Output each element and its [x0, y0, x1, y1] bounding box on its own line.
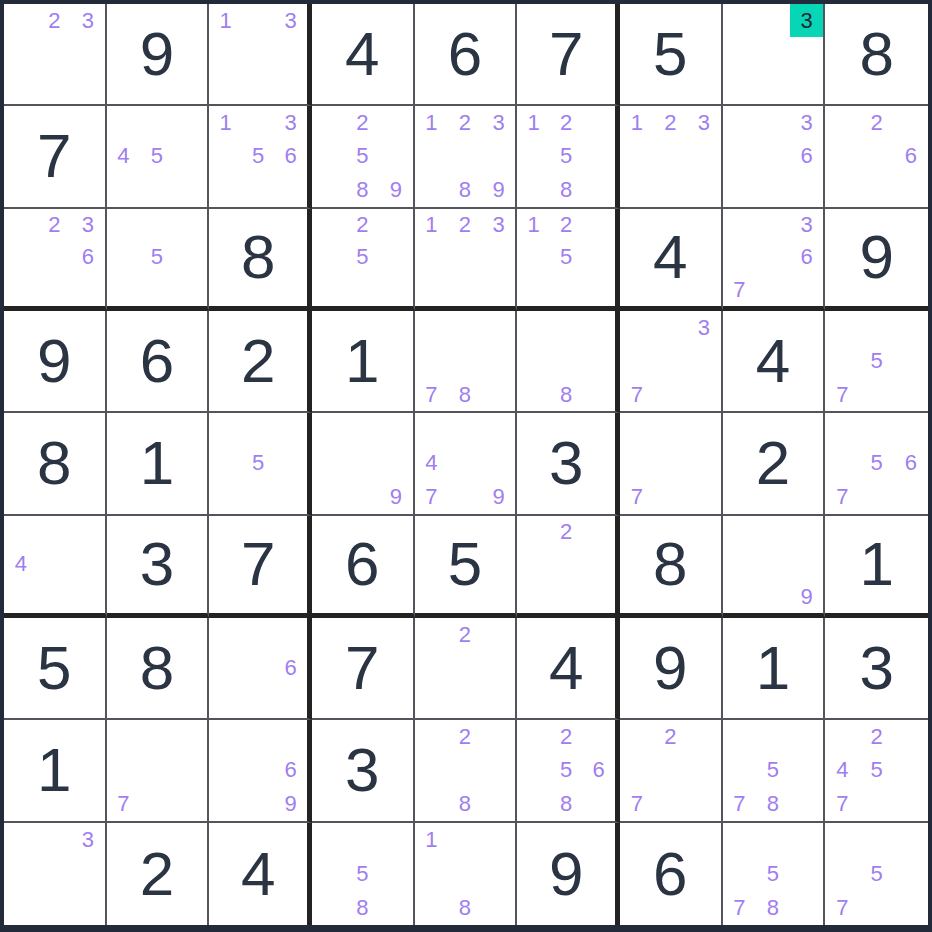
pencil-mark: 1	[620, 106, 654, 139]
pencil-slot-empty	[174, 140, 208, 173]
pencil-slot-empty	[174, 173, 208, 206]
pencil-mark: 1	[517, 106, 550, 139]
pencil-slot-empty	[482, 140, 516, 173]
pencil-slot-empty	[379, 413, 413, 446]
pencil-slot-empty	[620, 754, 654, 787]
pencil-mark: 8	[550, 173, 583, 206]
pencil-slot-empty	[242, 480, 275, 513]
cell-r3c7[interactable]: 4	[620, 209, 723, 311]
cell-r7c3[interactable]: 6	[209, 618, 312, 720]
pencil-slot-empty	[242, 685, 275, 718]
pencil-grid: 578	[723, 823, 824, 925]
pencil-slot-empty	[4, 71, 38, 104]
pencil-slot-empty	[174, 209, 208, 241]
pencil-slot-empty	[209, 787, 242, 820]
cell-r2c5[interactable]: 12389	[415, 106, 518, 208]
pencil-slot-empty	[654, 140, 688, 173]
pencil-mark: 5	[756, 857, 790, 891]
pencil-grid: 567	[825, 413, 928, 513]
pencil-slot-empty	[894, 344, 928, 377]
pencil-slot-empty	[4, 581, 38, 613]
cell-r8c3[interactable]: 69	[209, 720, 312, 822]
pencil-slot-empty	[620, 140, 654, 173]
pencil-slot-empty	[38, 71, 72, 104]
cell-r8c6[interactable]: 2568	[517, 720, 620, 822]
cell-r2c9[interactable]: 26	[825, 106, 928, 208]
cell-r9c4[interactable]: 58	[312, 823, 415, 925]
pencil-slot-empty	[242, 4, 275, 37]
cell-value: 1	[140, 432, 174, 494]
pencil-slot-empty	[38, 241, 72, 273]
pencil-slot-empty	[346, 823, 380, 857]
pencil-mark: 3	[687, 311, 721, 344]
cell-r5c2[interactable]: 1	[107, 413, 210, 515]
cell-r6c1[interactable]: 4	[4, 516, 107, 618]
pencil-slot-empty	[582, 516, 615, 548]
cell-r9c3[interactable]: 4	[209, 823, 312, 925]
pencil-slot-empty	[379, 857, 413, 891]
pencil-slot-empty	[415, 413, 449, 446]
pencil-slot-empty	[756, 274, 790, 306]
pencil-slot-empty	[71, 71, 105, 104]
pencil-slot-empty	[140, 274, 174, 306]
cell-r7c4[interactable]: 7	[312, 618, 415, 720]
pencil-slot-empty	[312, 823, 346, 857]
cell-r1c7[interactable]: 5	[620, 4, 723, 106]
pencil-slot-empty	[756, 548, 790, 580]
pencil-slot-empty	[517, 754, 550, 787]
cell-r1c1[interactable]: 23	[4, 4, 107, 106]
cell-r2c8[interactable]: 36	[723, 106, 826, 208]
pencil-slot-empty	[448, 754, 482, 787]
cell-r4c9[interactable]: 57	[825, 311, 928, 413]
pencil-slot-empty	[654, 173, 688, 206]
cell-value: 4	[241, 843, 275, 905]
pencil-mark: 5	[346, 241, 380, 273]
pencil-grid: 5	[209, 413, 307, 513]
pencil-slot-empty	[209, 651, 242, 684]
cell-r6c9[interactable]: 1	[825, 516, 928, 618]
pencil-slot-empty	[174, 720, 208, 753]
pencil-slot-empty	[894, 891, 928, 925]
pencil-slot-empty	[790, 720, 824, 753]
pencil-slot-empty	[482, 241, 516, 273]
pencil-mark: 8	[756, 787, 790, 820]
pencil-slot-empty	[415, 274, 449, 306]
pencil-slot-empty	[620, 720, 654, 753]
pencil-slot-empty	[550, 274, 583, 306]
pencil-slot-empty	[756, 106, 790, 139]
pencil-slot-empty	[723, 4, 757, 37]
pencil-mark: 6	[582, 754, 615, 787]
pencil-mark: 2	[550, 106, 583, 139]
pencil-grid: 367	[723, 209, 824, 306]
cell-r8c5[interactable]: 28	[415, 720, 518, 822]
cell-r8c4[interactable]: 3	[312, 720, 415, 822]
pencil-slot-empty	[517, 378, 550, 411]
pencil-slot-empty	[415, 618, 449, 651]
cell-r7c1[interactable]: 5	[4, 618, 107, 720]
cell-value: 4	[345, 23, 379, 85]
pencil-mark: 9	[379, 173, 413, 206]
cell-value: 2	[756, 432, 790, 494]
pencil-slot-empty	[825, 447, 859, 480]
pencil-slot-empty	[860, 140, 894, 173]
pencil-slot-empty	[482, 787, 516, 820]
pencil-slot-empty	[723, 71, 757, 104]
pencil-slot-empty	[242, 720, 275, 753]
pencil-grid: 58	[312, 823, 413, 925]
pencil-slot-empty	[687, 447, 721, 480]
pencil-slot-empty	[415, 787, 449, 820]
pencil-slot-empty	[517, 274, 550, 306]
pencil-slot-empty	[38, 581, 72, 613]
cell-r6c6[interactable]: 2	[517, 516, 620, 618]
pencil-slot-empty	[448, 140, 482, 173]
pencil-slot-empty	[38, 37, 72, 70]
pencil-mark: 5	[860, 344, 894, 377]
pencil-slot-empty	[379, 274, 413, 306]
cell-value: 3	[859, 637, 893, 699]
cell-value: 1	[859, 533, 893, 595]
pencil-slot-empty	[242, 37, 275, 70]
pencil-slot-empty	[517, 241, 550, 273]
pencil-slot-empty	[894, 823, 928, 857]
cell-r9c6[interactable]: 9	[517, 823, 620, 925]
pencil-mark: 2	[654, 106, 688, 139]
cell-r5c1[interactable]: 8	[4, 413, 107, 515]
pencil-slot-empty	[242, 173, 275, 206]
pencil-slot-empty	[894, 378, 928, 411]
cell-r3c6[interactable]: 125	[517, 209, 620, 311]
cell-value: 8	[140, 637, 174, 699]
cell-r3c4[interactable]: 25	[312, 209, 415, 311]
pencil-slot-empty	[790, 173, 824, 206]
pencil-mark: 7	[723, 787, 757, 820]
pencil-slot-empty	[723, 209, 757, 241]
cell-r3c3[interactable]: 8	[209, 209, 312, 311]
pencil-grid: 23	[4, 4, 105, 104]
pencil-mark: 5	[346, 140, 380, 173]
cell-r4c3[interactable]: 2	[209, 311, 312, 413]
cell-r4c7[interactable]: 37	[620, 311, 723, 413]
pencil-slot-empty	[756, 720, 790, 753]
pencil-mark: 2	[448, 720, 482, 753]
cell-r5c4[interactable]: 9	[312, 413, 415, 515]
pencil-slot-empty	[482, 651, 516, 684]
pencil-slot-empty	[312, 173, 346, 206]
cell-r7c2[interactable]: 8	[107, 618, 210, 720]
cell-r9c1[interactable]: 3	[4, 823, 107, 925]
pencil-slot-empty	[107, 274, 141, 306]
pencil-slot-empty	[312, 480, 346, 513]
pencil-slot-empty	[482, 274, 516, 306]
pencil-slot-empty	[723, 140, 757, 173]
pencil-slot-empty	[517, 581, 550, 613]
pencil-slot-empty	[825, 823, 859, 857]
cell-r8c1[interactable]: 1	[4, 720, 107, 822]
cell-r1c6[interactable]: 7	[517, 4, 620, 106]
pencil-slot-empty	[4, 4, 38, 37]
pencil-slot-empty	[242, 651, 275, 684]
pencil-mark: 4	[107, 140, 141, 173]
pencil-grid: 2457	[825, 720, 928, 820]
pencil-mark: 7	[620, 378, 654, 411]
pencil-mark: 6	[894, 140, 928, 173]
cell-value: 4	[549, 637, 583, 699]
pencil-mark: 8	[756, 891, 790, 925]
pencil-mark: 8	[448, 891, 482, 925]
pencil-mark: 2	[550, 516, 583, 548]
pencil-slot-empty	[379, 891, 413, 925]
pencil-mark: 5	[550, 241, 583, 273]
cell-r6c4[interactable]: 6	[312, 516, 415, 618]
pencil-grid: 4	[4, 516, 105, 613]
cell-r2c2[interactable]: 45	[107, 106, 210, 208]
cell-r6c8[interactable]: 9	[723, 516, 826, 618]
pencil-mark: 4	[4, 548, 38, 580]
pencil-slot-empty	[482, 754, 516, 787]
pencil-grid: 2589	[312, 106, 413, 206]
pencil-mark: 5	[860, 754, 894, 787]
pencil-grid: 9	[312, 413, 413, 513]
pencil-slot-empty	[448, 241, 482, 273]
pencil-grid: 26	[825, 106, 928, 206]
pencil-mark: 3	[482, 106, 516, 139]
pencil-grid: 2	[517, 516, 615, 613]
pencil-mark: 3	[790, 209, 824, 241]
cell-r8c8[interactable]: 578	[723, 720, 826, 822]
cell-r1c3[interactable]: 13	[209, 4, 312, 106]
pencil-mark: 8	[346, 891, 380, 925]
cell-r5c8[interactable]: 2	[723, 413, 826, 515]
pencil-slot-empty	[448, 447, 482, 480]
pencil-mark: 1	[415, 823, 449, 857]
cell-value: 3	[140, 533, 174, 595]
pencil-slot-empty	[517, 516, 550, 548]
cell-value: 2	[241, 330, 275, 392]
pencil-mark: 5	[860, 447, 894, 480]
pencil-slot-empty	[4, 823, 38, 857]
cell-r1c4[interactable]: 4	[312, 4, 415, 106]
cell-r6c7[interactable]: 8	[620, 516, 723, 618]
cell-r3c9[interactable]: 9	[825, 209, 928, 311]
pencil-grid: 18	[415, 823, 516, 925]
pencil-grid: 2	[415, 618, 516, 718]
pencil-slot-empty	[582, 274, 615, 306]
cell-r4c2[interactable]: 6	[107, 311, 210, 413]
pencil-slot-empty	[756, 823, 790, 857]
cell-r9c2[interactable]: 2	[107, 823, 210, 925]
cell-r2c4[interactable]: 2589	[312, 106, 415, 208]
cell-value: 9	[37, 330, 71, 392]
pencil-mark: 5	[140, 140, 174, 173]
cell-r9c8[interactable]: 578	[723, 823, 826, 925]
pencil-slot-empty	[312, 140, 346, 173]
pencil-slot-empty	[448, 311, 482, 344]
cell-value: 3	[345, 739, 379, 801]
pencil-slot-empty	[687, 720, 721, 753]
pencil-slot-empty	[620, 173, 654, 206]
cell-r4c6[interactable]: 8	[517, 311, 620, 413]
pencil-slot-empty	[894, 754, 928, 787]
cell-r6c3[interactable]: 7	[209, 516, 312, 618]
pencil-mark: 2	[448, 618, 482, 651]
pencil-mark: 1	[209, 4, 242, 37]
cell-r3c1[interactable]: 236	[4, 209, 107, 311]
pencil-mark: 8	[550, 378, 583, 411]
cell-r5c6[interactable]: 3	[517, 413, 620, 515]
pencil-slot-empty	[415, 720, 449, 753]
pencil-slot-empty	[174, 106, 208, 139]
cell-r6c2[interactable]: 3	[107, 516, 210, 618]
pencil-slot-empty	[38, 516, 72, 548]
cell-r3c2[interactable]: 5	[107, 209, 210, 311]
cell-r4c8[interactable]: 4	[723, 311, 826, 413]
pencil-grid: 578	[723, 720, 824, 820]
cell-r7c5[interactable]: 2	[415, 618, 518, 720]
pencil-slot-empty	[517, 787, 550, 820]
pencil-slot-empty	[550, 581, 583, 613]
pencil-mark-highlighted: 3	[790, 4, 824, 37]
pencil-slot-empty	[582, 106, 615, 139]
pencil-mark: 2	[448, 106, 482, 139]
cell-r2c7[interactable]: 123	[620, 106, 723, 208]
cell-r7c8[interactable]: 1	[723, 618, 826, 720]
cell-r7c6[interactable]: 4	[517, 618, 620, 720]
pencil-mark: 3	[71, 823, 105, 857]
pencil-mark: 5	[346, 857, 380, 891]
cell-r2c1[interactable]: 7	[4, 106, 107, 208]
pencil-slot-empty	[448, 344, 482, 377]
cell-r5c5[interactable]: 479	[415, 413, 518, 515]
pencil-slot-empty	[4, 241, 38, 273]
cell-r5c3[interactable]: 5	[209, 413, 312, 515]
pencil-slot-empty	[415, 173, 449, 206]
pencil-slot-empty	[4, 516, 38, 548]
pencil-slot-empty	[825, 857, 859, 891]
cell-r3c5[interactable]: 123	[415, 209, 518, 311]
cell-r7c9[interactable]: 3	[825, 618, 928, 720]
pencil-mark: 3	[687, 106, 721, 139]
pencil-slot-empty	[107, 106, 141, 139]
pencil-slot-empty	[723, 754, 757, 787]
pencil-slot-empty	[448, 823, 482, 857]
pencil-mark: 7	[107, 787, 141, 820]
pencil-slot-empty	[312, 241, 346, 273]
cell-value: 8	[859, 23, 893, 85]
cell-r8c9[interactable]: 2457	[825, 720, 928, 822]
pencil-mark: 2	[860, 106, 894, 139]
pencil-slot-empty	[274, 71, 307, 104]
cell-r8c2[interactable]: 7	[107, 720, 210, 822]
pencil-slot-empty	[790, 891, 824, 925]
pencil-mark: 5	[242, 140, 275, 173]
pencil-slot-empty	[71, 891, 105, 925]
pencil-slot-empty	[620, 447, 654, 480]
pencil-slot-empty	[71, 581, 105, 613]
pencil-mark: 5	[756, 754, 790, 787]
pencil-slot-empty	[415, 140, 449, 173]
pencil-slot-empty	[860, 480, 894, 513]
cell-r1c2[interactable]: 9	[107, 4, 210, 106]
cell-value: 6	[653, 843, 687, 905]
pencil-mark: 6	[790, 241, 824, 273]
pencil-grid: 12389	[415, 106, 516, 206]
cell-r1c5[interactable]: 6	[415, 4, 518, 106]
cell-r3c8[interactable]: 367	[723, 209, 826, 311]
pencil-mark: 5	[140, 241, 174, 273]
pencil-slot-empty	[582, 720, 615, 753]
pencil-mark: 6	[894, 447, 928, 480]
pencil-slot-empty	[482, 311, 516, 344]
cell-r7c7[interactable]: 9	[620, 618, 723, 720]
pencil-slot-empty	[894, 720, 928, 753]
pencil-slot-empty	[107, 173, 141, 206]
cell-r9c7[interactable]: 6	[620, 823, 723, 925]
pencil-slot-empty	[346, 480, 380, 513]
pencil-slot-empty	[756, 516, 790, 548]
cell-r2c3[interactable]: 1356	[209, 106, 312, 208]
pencil-grid: 13	[209, 4, 307, 104]
pencil-mark: 9	[274, 787, 307, 820]
pencil-slot-empty	[482, 720, 516, 753]
pencil-mark: 9	[482, 173, 516, 206]
pencil-slot-empty	[379, 106, 413, 139]
pencil-slot-empty	[894, 787, 928, 820]
pencil-mark: 6	[274, 140, 307, 173]
pencil-slot-empty	[379, 209, 413, 241]
cell-r8c7[interactable]: 27	[620, 720, 723, 822]
cell-r6c5[interactable]: 5	[415, 516, 518, 618]
pencil-slot-empty	[582, 173, 615, 206]
pencil-slot-empty	[654, 754, 688, 787]
cell-r4c4[interactable]: 1	[312, 311, 415, 413]
pencil-mark: 8	[448, 787, 482, 820]
pencil-mark: 2	[346, 209, 380, 241]
pencil-mark: 3	[482, 209, 516, 241]
pencil-slot-empty	[312, 891, 346, 925]
cell-value: 8	[37, 432, 71, 494]
pencil-slot-empty	[723, 581, 757, 613]
pencil-slot-empty	[756, 173, 790, 206]
pencil-mark: 1	[209, 106, 242, 139]
cell-r2c6[interactable]: 1258	[517, 106, 620, 208]
cell-r1c9[interactable]: 8	[825, 4, 928, 106]
pencil-mark: 1	[415, 106, 449, 139]
cell-r4c5[interactable]: 78	[415, 311, 518, 413]
pencil-slot-empty	[174, 274, 208, 306]
cell-r4c1[interactable]: 9	[4, 311, 107, 413]
pencil-slot-empty	[517, 173, 550, 206]
cell-r9c5[interactable]: 18	[415, 823, 518, 925]
cell-r5c9[interactable]: 567	[825, 413, 928, 515]
pencil-slot-empty	[790, 274, 824, 306]
pencil-mark: 4	[825, 754, 859, 787]
cell-value: 9	[653, 637, 687, 699]
cell-r9c9[interactable]: 57	[825, 823, 928, 925]
cell-r1c8[interactable]: 3	[723, 4, 826, 106]
pencil-slot-empty	[825, 720, 859, 753]
pencil-slot-empty	[790, 754, 824, 787]
cell-value: 5	[653, 23, 687, 85]
pencil-slot-empty	[174, 787, 208, 820]
pencil-slot-empty	[582, 209, 615, 241]
pencil-slot-empty	[654, 447, 688, 480]
cell-r5c7[interactable]: 7	[620, 413, 723, 515]
pencil-slot-empty	[894, 857, 928, 891]
pencil-slot-empty	[107, 241, 141, 273]
